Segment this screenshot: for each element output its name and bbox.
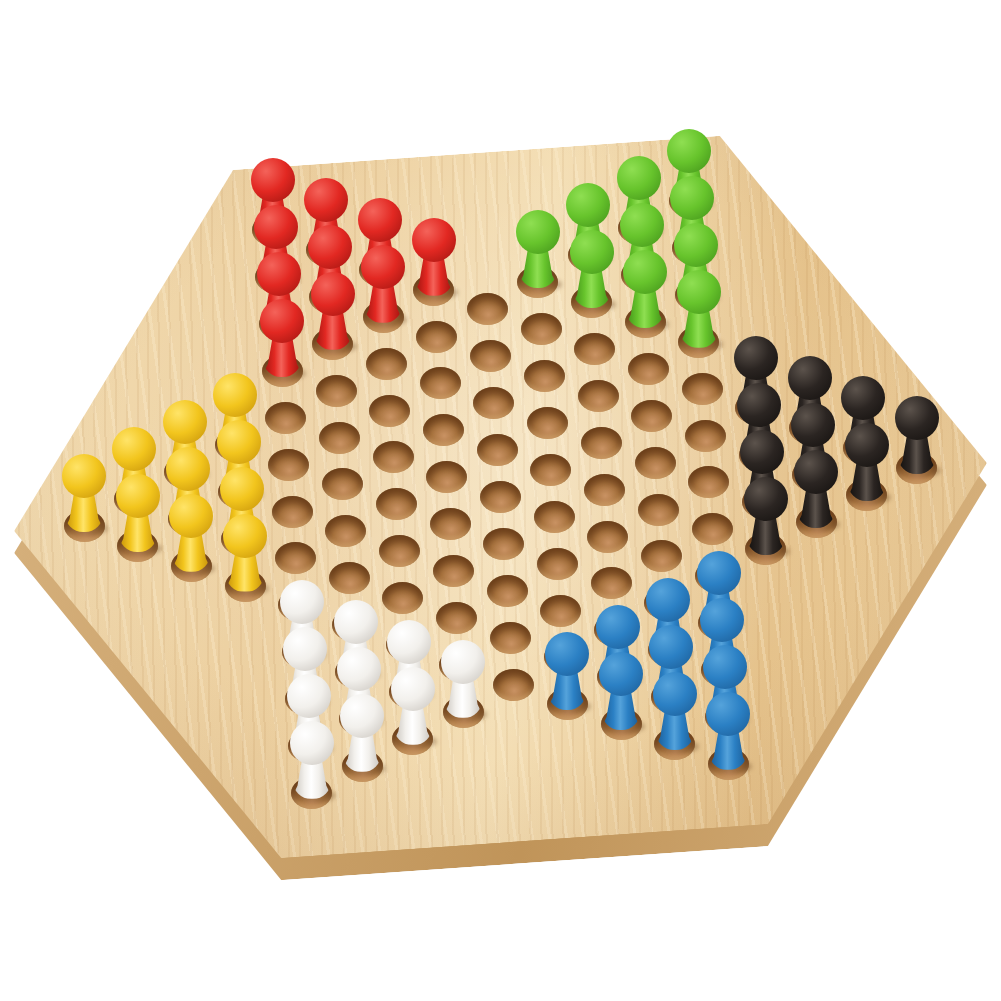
peg-blue-c12-12[interactable] bbox=[705, 692, 751, 770]
hole-c8-3[interactable] bbox=[477, 434, 518, 466]
hole-c11-6[interactable] bbox=[638, 494, 679, 526]
chinese-checkers-board bbox=[13, 152, 988, 842]
hole-c5-3[interactable] bbox=[316, 375, 357, 407]
hole-c10-3[interactable] bbox=[578, 380, 619, 412]
peg-head-icon bbox=[334, 600, 378, 644]
hole-c9-6[interactable] bbox=[537, 548, 578, 580]
peg-head-icon bbox=[166, 447, 210, 491]
peg-head-icon bbox=[620, 203, 664, 247]
peg-yellow-c1-1[interactable] bbox=[115, 474, 161, 552]
peg-black-c15-1[interactable] bbox=[844, 423, 890, 501]
peg-head-icon bbox=[169, 494, 213, 538]
peg-white-c7-9[interactable] bbox=[440, 640, 486, 718]
peg-head-icon bbox=[706, 692, 750, 736]
peg-head-icon bbox=[260, 299, 304, 343]
peg-head-icon bbox=[257, 252, 301, 296]
peg-head-icon bbox=[674, 223, 718, 267]
peg-head-icon bbox=[213, 373, 257, 417]
hole-c11-5[interactable] bbox=[635, 447, 676, 479]
peg-head-icon bbox=[677, 270, 721, 314]
peg-head-icon bbox=[623, 250, 667, 294]
hole-c6-3[interactable] bbox=[369, 395, 410, 427]
peg-blue-c10-10[interactable] bbox=[598, 652, 644, 730]
peg-head-icon bbox=[163, 400, 207, 444]
peg-head-icon bbox=[788, 356, 832, 400]
hole-c6-2[interactable] bbox=[366, 348, 407, 380]
hole-c4-4[interactable] bbox=[265, 402, 306, 434]
hole-c7-1[interactable] bbox=[416, 321, 457, 353]
peg-head-icon bbox=[895, 396, 939, 440]
peg-red-c7-0[interactable] bbox=[411, 218, 457, 296]
peg-head-icon bbox=[794, 450, 838, 494]
hole-c11-3[interactable] bbox=[628, 353, 669, 385]
peg-black-c16-0[interactable] bbox=[894, 396, 940, 474]
peg-head-icon bbox=[308, 225, 352, 269]
peg-head-icon bbox=[740, 430, 784, 474]
peg-head-icon bbox=[545, 632, 589, 676]
hole-c12-4[interactable] bbox=[682, 373, 723, 405]
peg-head-icon bbox=[516, 210, 560, 254]
peg-yellow-c0-0[interactable] bbox=[61, 454, 107, 532]
hole-c7-7[interactable] bbox=[436, 602, 477, 634]
hole-c7-5[interactable] bbox=[430, 508, 471, 540]
hole-c6-5[interactable] bbox=[376, 488, 417, 520]
hole-c9-7[interactable] bbox=[540, 595, 581, 627]
hole-c9-2[interactable] bbox=[524, 360, 565, 392]
peg-head-icon bbox=[646, 578, 690, 622]
peg-head-icon bbox=[391, 667, 435, 711]
hole-c8-7[interactable] bbox=[490, 622, 531, 654]
hole-c5-4[interactable] bbox=[319, 422, 360, 454]
peg-head-icon bbox=[791, 403, 835, 447]
peg-head-icon bbox=[649, 625, 693, 669]
hole-c9-3[interactable] bbox=[527, 407, 568, 439]
hole-c10-6[interactable] bbox=[587, 521, 628, 553]
peg-green-c11-2[interactable] bbox=[622, 250, 668, 328]
peg-head-icon bbox=[361, 245, 405, 289]
peg-head-icon bbox=[251, 158, 295, 202]
peg-head-icon bbox=[287, 674, 331, 718]
peg-head-icon bbox=[283, 627, 327, 671]
peg-head-icon bbox=[670, 176, 714, 220]
peg-head-icon bbox=[62, 454, 106, 498]
hole-c4-6[interactable] bbox=[272, 496, 313, 528]
hole-c11-4[interactable] bbox=[631, 400, 672, 432]
peg-red-c5-2[interactable] bbox=[310, 272, 356, 350]
hole-c10-4[interactable] bbox=[581, 427, 622, 459]
peg-head-icon bbox=[441, 640, 485, 684]
peg-head-icon bbox=[737, 383, 781, 427]
peg-head-icon bbox=[734, 336, 778, 380]
peg-head-icon bbox=[412, 218, 456, 262]
peg-black-c13-3[interactable] bbox=[743, 477, 789, 555]
peg-head-icon bbox=[358, 198, 402, 242]
peg-green-c12-3[interactable] bbox=[676, 270, 722, 348]
hole-c8-5[interactable] bbox=[483, 528, 524, 560]
peg-head-icon bbox=[744, 477, 788, 521]
peg-head-icon bbox=[304, 178, 348, 222]
hole-c9-4[interactable] bbox=[530, 454, 571, 486]
peg-green-c9-0[interactable] bbox=[515, 210, 561, 288]
hole-c7-2[interactable] bbox=[420, 367, 461, 399]
peg-head-icon bbox=[290, 721, 334, 765]
hole-c6-4[interactable] bbox=[373, 441, 414, 473]
hole-c5-7[interactable] bbox=[329, 562, 370, 594]
peg-head-icon bbox=[596, 605, 640, 649]
peg-red-c6-1[interactable] bbox=[360, 245, 406, 323]
peg-green-c10-1[interactable] bbox=[569, 230, 615, 308]
peg-head-icon bbox=[617, 156, 661, 200]
peg-yellow-c2-2[interactable] bbox=[168, 494, 214, 572]
peg-head-icon bbox=[112, 427, 156, 471]
peg-white-c6-10[interactable] bbox=[390, 667, 436, 745]
peg-head-icon bbox=[845, 423, 889, 467]
peg-head-icon bbox=[566, 183, 610, 227]
peg-head-icon bbox=[116, 474, 160, 518]
hole-c8-8[interactable] bbox=[493, 669, 534, 701]
hole-c12-5[interactable] bbox=[685, 420, 726, 452]
peg-blue-c9-9[interactable] bbox=[544, 632, 590, 710]
peg-black-c14-2[interactable] bbox=[793, 450, 839, 528]
hole-c9-5[interactable] bbox=[534, 501, 575, 533]
peg-head-icon bbox=[387, 620, 431, 664]
peg-blue-c11-11[interactable] bbox=[652, 672, 698, 750]
peg-head-icon bbox=[280, 580, 324, 624]
peg-head-icon bbox=[703, 645, 747, 689]
peg-head-icon bbox=[340, 694, 384, 738]
hole-c10-7[interactable] bbox=[591, 567, 632, 599]
peg-yellow-c3-3[interactable] bbox=[222, 514, 268, 592]
hole-c12-7[interactable] bbox=[692, 513, 733, 545]
peg-white-c4-12[interactable] bbox=[289, 721, 335, 799]
peg-head-icon bbox=[841, 376, 885, 420]
peg-head-icon bbox=[220, 467, 264, 511]
peg-red-c4-3[interactable] bbox=[259, 299, 305, 377]
peg-head-icon bbox=[311, 272, 355, 316]
peg-head-icon bbox=[254, 205, 298, 249]
peg-head-icon bbox=[697, 551, 741, 595]
hole-c10-5[interactable] bbox=[584, 474, 625, 506]
peg-head-icon bbox=[337, 647, 381, 691]
peg-head-icon bbox=[653, 672, 697, 716]
hole-c8-4[interactable] bbox=[480, 481, 521, 513]
peg-head-icon bbox=[667, 129, 711, 173]
peg-head-icon bbox=[217, 420, 261, 464]
hole-c4-5[interactable] bbox=[268, 449, 309, 481]
peg-head-icon bbox=[223, 514, 267, 558]
hole-c8-6[interactable] bbox=[487, 575, 528, 607]
peg-head-icon bbox=[570, 230, 614, 274]
hole-c9-1[interactable] bbox=[521, 313, 562, 345]
peg-head-icon bbox=[700, 598, 744, 642]
peg-head-icon bbox=[599, 652, 643, 696]
hole-c7-6[interactable] bbox=[433, 555, 474, 587]
peg-white-c5-11[interactable] bbox=[339, 694, 385, 772]
